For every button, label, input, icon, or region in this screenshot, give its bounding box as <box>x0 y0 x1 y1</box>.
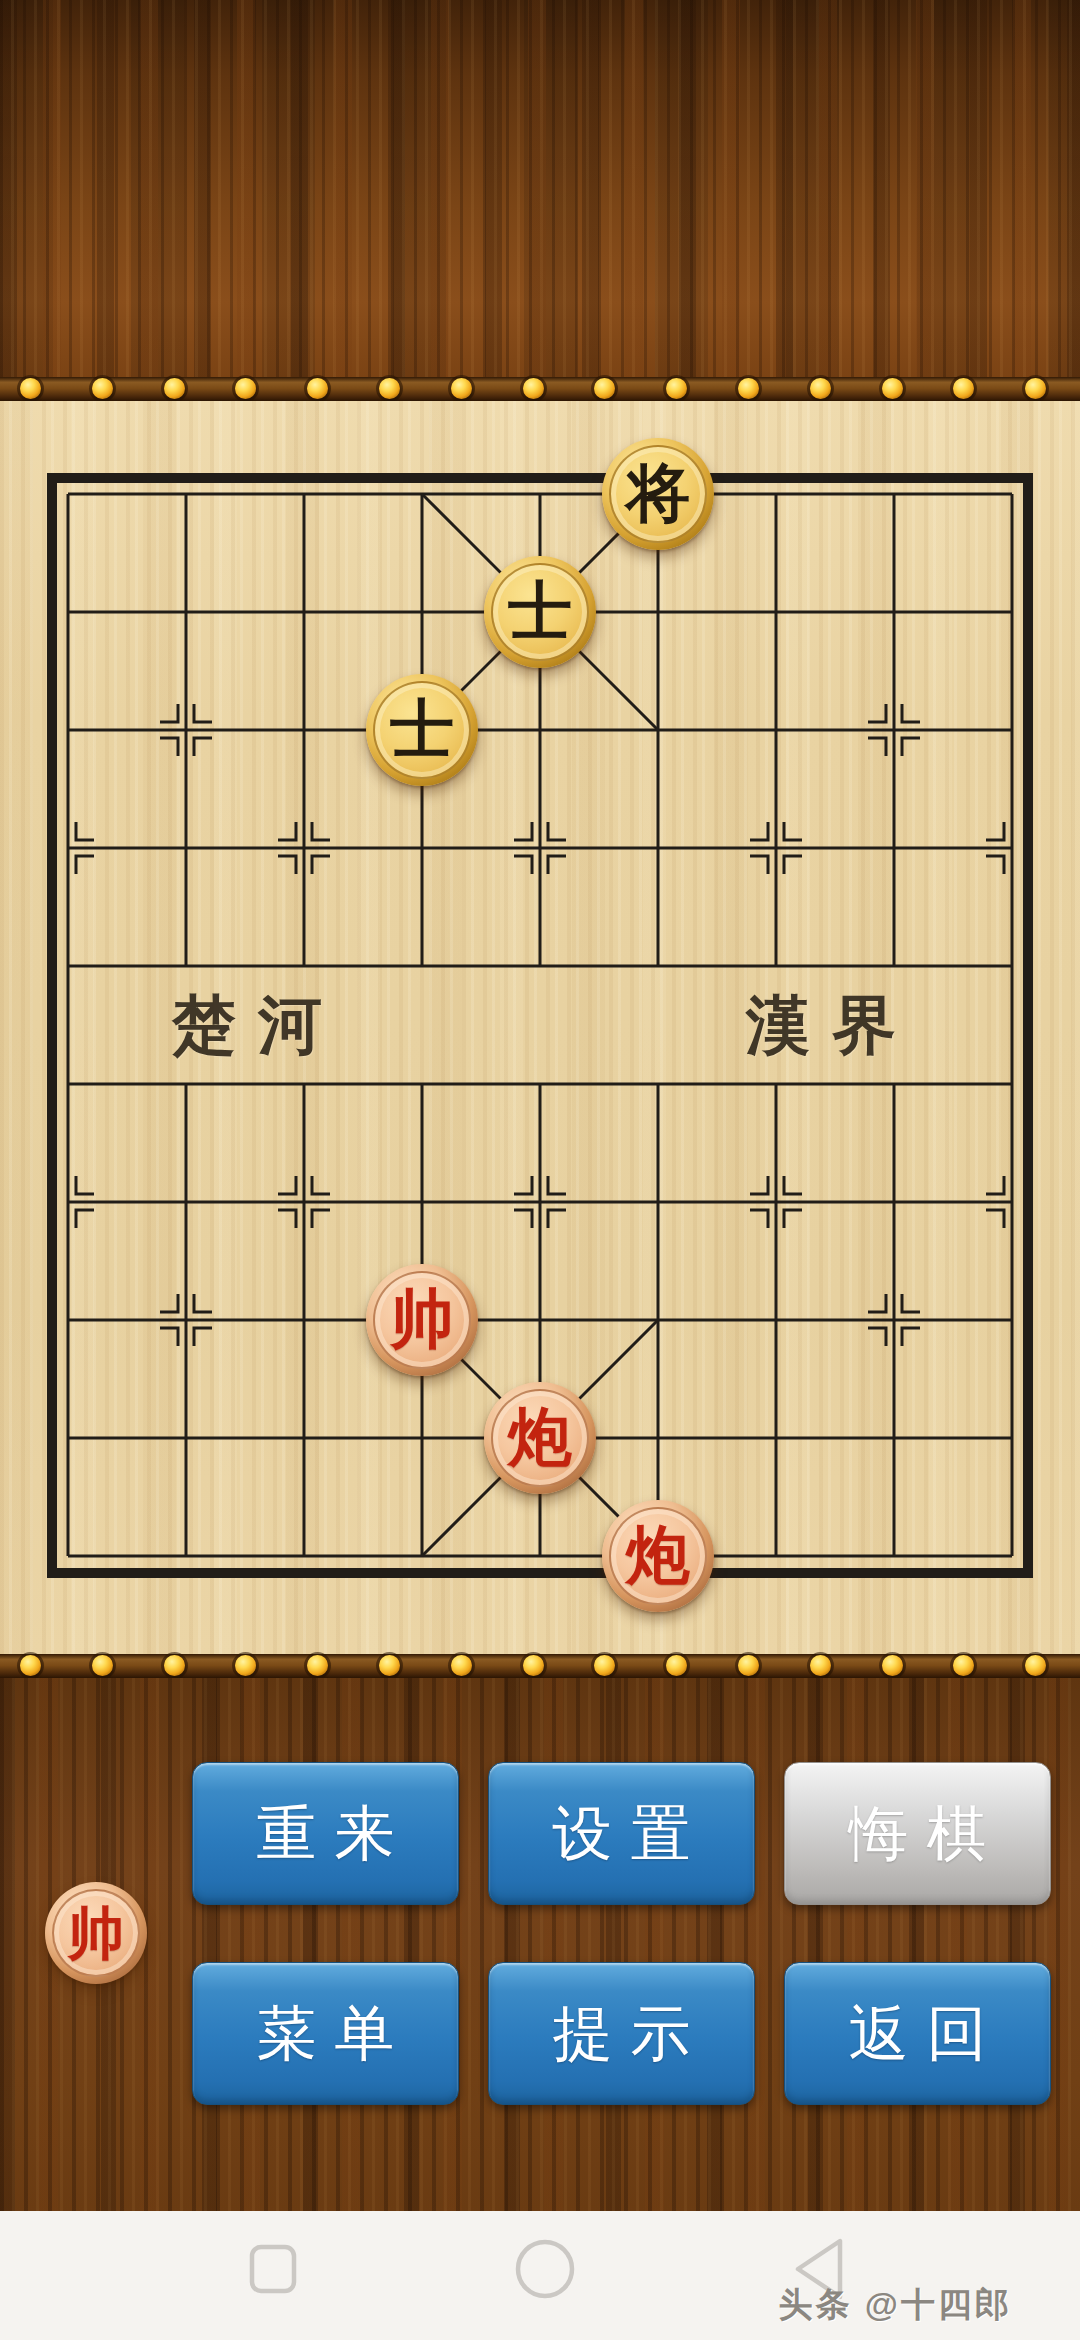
rivet <box>451 1655 472 1676</box>
rivet <box>20 1655 41 1676</box>
turn-indicator-piece: 帅 <box>45 1882 147 1984</box>
rivet-band-top <box>0 377 1080 401</box>
river-label-chu: 楚河 <box>172 982 344 1069</box>
rivet <box>738 378 759 399</box>
rivet <box>738 1655 759 1676</box>
rivet <box>1025 378 1046 399</box>
button-back[interactable]: 返回 <box>784 1962 1051 2105</box>
rivet <box>882 1655 903 1676</box>
button-restart[interactable]: 重来 <box>192 1762 459 1905</box>
rivet <box>307 378 328 399</box>
button-hint[interactable]: 提示 <box>488 1962 755 2105</box>
turn-indicator-char: 帅 <box>68 1905 125 1962</box>
piece-char: 帅 <box>390 1288 454 1352</box>
piece-char: 炮 <box>626 1524 690 1588</box>
rivet <box>235 378 256 399</box>
piece-char: 士 <box>508 580 572 644</box>
button-settings[interactable]: 设置 <box>488 1762 755 1905</box>
rivet <box>235 1655 256 1676</box>
rivet <box>164 1655 185 1676</box>
rivet <box>666 378 687 399</box>
button-undo[interactable]: 悔棋 <box>784 1762 1051 1905</box>
black-advisor[interactable]: 士 <box>366 674 478 786</box>
android-nav-bar: 头条 @十四郎 <box>0 2211 1080 2340</box>
background-wood-bottom <box>0 1678 1080 2211</box>
red-cannon[interactable]: 炮 <box>602 1500 714 1612</box>
rivet <box>953 1655 974 1676</box>
rivet <box>451 378 472 399</box>
rivet <box>594 1655 615 1676</box>
watermark: 头条 @十四郎 <box>778 2282 1012 2328</box>
rivet <box>164 378 185 399</box>
rivet-band-bottom <box>0 1654 1080 1678</box>
rivet <box>92 378 113 399</box>
rivet <box>92 1655 113 1676</box>
rivet <box>666 1655 687 1676</box>
piece-char: 士 <box>390 698 454 762</box>
rivet <box>882 378 903 399</box>
rivet <box>810 1655 831 1676</box>
rivet <box>810 378 831 399</box>
rivet <box>594 378 615 399</box>
river-label-han: 漢界 <box>746 982 918 1069</box>
red-cannon[interactable]: 炮 <box>484 1382 596 1494</box>
button-menu[interactable]: 菜单 <box>192 1962 459 2105</box>
rivet <box>953 378 974 399</box>
black-advisor[interactable]: 士 <box>484 556 596 668</box>
rivet <box>379 1655 400 1676</box>
rivet <box>523 1655 544 1676</box>
black-general[interactable]: 将 <box>602 438 714 550</box>
piece-char: 将 <box>626 462 690 526</box>
red-general[interactable]: 帅 <box>366 1264 478 1376</box>
recents-button[interactable] <box>252 2247 294 2291</box>
rivet <box>379 378 400 399</box>
background-wood-top <box>0 0 1080 377</box>
rivet <box>20 378 41 399</box>
rivet <box>1025 1655 1046 1676</box>
rivet <box>307 1655 328 1676</box>
rivet <box>523 378 544 399</box>
game-screen: 楚河 漢界 将士士帅炮炮 帅 重来 设置 悔棋 菜单 提示 返回 <box>0 0 1080 2340</box>
piece-char: 炮 <box>508 1406 572 1470</box>
home-button[interactable] <box>518 2242 572 2296</box>
